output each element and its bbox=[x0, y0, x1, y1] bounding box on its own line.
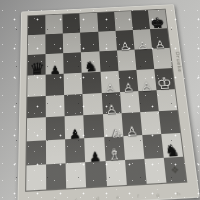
file-label-h: h bbox=[177, 190, 180, 196]
piece-white-king-h5[interactable]: ♔ bbox=[156, 74, 173, 91]
piece-white-pawn-f7[interactable]: ♙ bbox=[119, 40, 131, 51]
square-c5[interactable] bbox=[64, 72, 83, 94]
square-g5[interactable]: ♙ bbox=[136, 69, 156, 91]
square-a7[interactable] bbox=[28, 34, 46, 55]
square-a4[interactable] bbox=[27, 95, 46, 118]
square-f5[interactable]: ♙ bbox=[118, 70, 138, 92]
file-label-g: g bbox=[156, 192, 159, 198]
square-d7[interactable] bbox=[80, 32, 98, 52]
square-h2[interactable]: ♞ bbox=[161, 133, 183, 158]
square-b6[interactable]: ♟ bbox=[46, 53, 64, 74]
piece-white-pawn-g5[interactable]: ♙ bbox=[141, 80, 153, 92]
file-label-c: c bbox=[75, 196, 77, 200]
square-e8[interactable] bbox=[97, 12, 115, 32]
square-b3[interactable] bbox=[46, 117, 65, 141]
piece-black-queen-a6[interactable]: ♛ bbox=[29, 60, 44, 77]
square-g3[interactable] bbox=[140, 112, 161, 136]
chess-board: ♚♙♙♙♛♟♞♙♙♙♔♙♟♙♙♟♗♞❖ abcdefgh Drueke bbox=[17, 4, 199, 200]
square-c1[interactable] bbox=[66, 162, 87, 188]
file-labels: abcdefgh bbox=[25, 189, 189, 200]
piece-white-bishop-e2[interactable]: ♗ bbox=[107, 147, 122, 163]
square-f1[interactable] bbox=[125, 159, 147, 185]
square-e7[interactable] bbox=[98, 31, 117, 51]
square-a3[interactable] bbox=[27, 118, 46, 142]
square-e5[interactable]: ♙ bbox=[100, 71, 120, 93]
board-grid: ♚♙♙♙♛♟♞♙♙♙♔♙♟♙♙♟♗♞❖ bbox=[25, 9, 187, 192]
square-h5[interactable]: ♔ bbox=[154, 68, 175, 90]
square-g7[interactable]: ♙ bbox=[133, 29, 152, 49]
square-d3[interactable] bbox=[84, 115, 104, 139]
board-maker-logo-icon: ❖ bbox=[170, 164, 180, 175]
board-tilt-wrapper: ♚♙♙♙♛♟♞♙♙♙♔♙♟♙♙♟♗♞❖ abcdefgh Drueke bbox=[17, 4, 199, 200]
square-a2[interactable] bbox=[26, 141, 46, 166]
square-b8[interactable] bbox=[45, 14, 63, 34]
board-brand-text: Drueke bbox=[175, 52, 183, 73]
piece-black-pawn-d2[interactable]: ♟ bbox=[89, 150, 102, 164]
piece-white-pawn-f3[interactable]: ♙ bbox=[126, 125, 139, 138]
square-d2[interactable]: ♟ bbox=[85, 137, 106, 162]
file-label-a: a bbox=[34, 199, 37, 200]
piece-black-king-h8[interactable]: ♚ bbox=[150, 15, 166, 30]
piece-white-pawn-f5[interactable]: ♙ bbox=[122, 81, 134, 93]
piece-white-pawn-e4[interactable]: ♙ bbox=[106, 103, 118, 116]
square-b7[interactable] bbox=[46, 33, 64, 54]
square-e3[interactable]: ♙ bbox=[102, 114, 122, 138]
square-d8[interactable] bbox=[80, 13, 98, 33]
square-c7[interactable] bbox=[63, 32, 81, 52]
square-f7[interactable]: ♙ bbox=[115, 30, 134, 50]
square-b2[interactable] bbox=[46, 140, 66, 165]
square-d4[interactable] bbox=[83, 93, 103, 116]
piece-black-knight-d6[interactable]: ♞ bbox=[84, 59, 98, 74]
piece-black-pawn-c3[interactable]: ♟ bbox=[69, 128, 81, 141]
file-label-f: f bbox=[137, 193, 139, 198]
square-g8[interactable] bbox=[131, 10, 150, 30]
square-b1[interactable] bbox=[46, 163, 66, 189]
square-f2[interactable] bbox=[123, 135, 144, 160]
square-a8[interactable] bbox=[28, 15, 45, 35]
square-e6[interactable] bbox=[99, 50, 118, 71]
square-h8[interactable]: ♚ bbox=[148, 9, 167, 29]
square-a1[interactable] bbox=[26, 165, 46, 191]
piece-white-pawn-h7[interactable]: ♙ bbox=[154, 39, 166, 50]
square-b4[interactable] bbox=[46, 95, 65, 118]
file-label-e: e bbox=[116, 194, 119, 200]
square-h3[interactable] bbox=[159, 111, 180, 135]
square-c2[interactable] bbox=[65, 138, 85, 163]
piece-white-pawn-g7[interactable]: ♙ bbox=[137, 40, 149, 51]
square-g2[interactable] bbox=[142, 134, 164, 159]
file-label-d: d bbox=[96, 195, 99, 200]
square-c3[interactable]: ♟ bbox=[65, 116, 85, 140]
file-label-b: b bbox=[55, 197, 58, 200]
square-d6[interactable]: ♞ bbox=[81, 51, 100, 72]
photo-scene: ♚♙♙♙♛♟♞♙♙♙♔♙♟♙♙♟♗♞❖ abcdefgh Drueke bbox=[0, 0, 200, 200]
square-c8[interactable] bbox=[63, 14, 81, 34]
piece-black-knight-h2[interactable]: ♞ bbox=[165, 143, 181, 160]
square-f8[interactable] bbox=[114, 11, 133, 31]
square-c4[interactable] bbox=[64, 94, 83, 117]
piece-white-pawn-e5[interactable]: ♙ bbox=[104, 82, 116, 94]
square-a6[interactable]: ♛ bbox=[28, 54, 46, 75]
square-g1[interactable] bbox=[144, 158, 166, 184]
square-c6[interactable] bbox=[63, 52, 82, 73]
piece-black-pawn-b6[interactable]: ♟ bbox=[49, 64, 60, 76]
